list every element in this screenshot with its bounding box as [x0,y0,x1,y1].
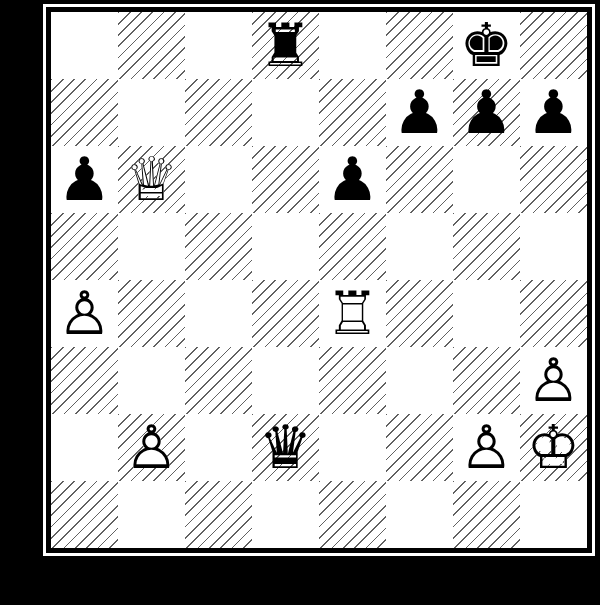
square-d3[interactable] [252,347,319,414]
square-f2[interactable] [386,414,453,481]
piece-white-pawn-a4[interactable]: ♟♙ [51,280,118,347]
black-queen-icon: ♛ [252,414,319,481]
square-b8[interactable] [118,12,185,79]
square-f1[interactable] [386,481,453,548]
white-pawn-icon: ♙ [51,280,118,347]
square-a6[interactable]: ♟ [51,146,118,213]
square-f7[interactable]: ♟ [386,79,453,146]
square-c7[interactable] [185,79,252,146]
square-f4[interactable] [386,280,453,347]
square-e2[interactable] [319,414,386,481]
square-d1[interactable] [252,481,319,548]
piece-white-pawn-b2[interactable]: ♟♙ [118,414,185,481]
square-d4[interactable] [252,280,319,347]
diagram-canvas: ♜♚♟♟♟♟♛♕♟♟♙♜♖♟♙♟♙♛♟♙♚♔ [0,0,600,605]
square-c5[interactable] [185,213,252,280]
black-pawn-icon: ♟ [386,79,453,146]
square-e7[interactable] [319,79,386,146]
square-f5[interactable] [386,213,453,280]
square-b1[interactable] [118,481,185,548]
white-king-icon: ♔ [520,414,587,481]
square-c3[interactable] [185,347,252,414]
square-b7[interactable] [118,79,185,146]
square-h2[interactable]: ♚♔ [520,414,587,481]
square-c8[interactable] [185,12,252,79]
square-e5[interactable] [319,213,386,280]
square-h5[interactable] [520,213,587,280]
square-h7[interactable]: ♟ [520,79,587,146]
square-a8[interactable] [51,12,118,79]
black-rook-icon: ♜ [252,12,319,79]
white-pawn-icon: ♙ [520,347,587,414]
black-pawn-icon: ♟ [319,146,386,213]
piece-black-queen-d2[interactable]: ♛ [252,414,319,481]
piece-white-queen-b6[interactable]: ♛♕ [118,146,185,213]
white-pawn-icon: ♙ [453,414,520,481]
square-d8[interactable]: ♜ [252,12,319,79]
square-e6[interactable]: ♟ [319,146,386,213]
square-g2[interactable]: ♟♙ [453,414,520,481]
piece-black-pawn-a6[interactable]: ♟ [51,146,118,213]
square-g6[interactable] [453,146,520,213]
square-b2[interactable]: ♟♙ [118,414,185,481]
square-c2[interactable] [185,414,252,481]
square-d2[interactable]: ♛ [252,414,319,481]
square-h3[interactable]: ♟♙ [520,347,587,414]
square-h6[interactable] [520,146,587,213]
white-pawn-icon: ♙ [118,414,185,481]
square-g5[interactable] [453,213,520,280]
square-e3[interactable] [319,347,386,414]
square-a5[interactable] [51,213,118,280]
square-g4[interactable] [453,280,520,347]
square-h4[interactable] [520,280,587,347]
square-f6[interactable] [386,146,453,213]
square-c6[interactable] [185,146,252,213]
square-e4[interactable]: ♜♖ [319,280,386,347]
black-pawn-icon: ♟ [453,79,520,146]
square-a1[interactable] [51,481,118,548]
square-a7[interactable] [51,79,118,146]
square-d6[interactable] [252,146,319,213]
square-c1[interactable] [185,481,252,548]
square-g7[interactable]: ♟ [453,79,520,146]
piece-black-pawn-f7[interactable]: ♟ [386,79,453,146]
black-pawn-icon: ♟ [520,79,587,146]
square-b6[interactable]: ♛♕ [118,146,185,213]
black-king-icon: ♚ [453,12,520,79]
piece-black-king-g8[interactable]: ♚ [453,12,520,79]
square-f3[interactable] [386,347,453,414]
square-b4[interactable] [118,280,185,347]
chessboard: ♜♚♟♟♟♟♛♕♟♟♙♜♖♟♙♟♙♛♟♙♚♔ [46,7,592,553]
piece-white-king-h2[interactable]: ♚♔ [520,414,587,481]
piece-white-rook-e4[interactable]: ♜♖ [319,280,386,347]
square-d5[interactable] [252,213,319,280]
square-a2[interactable] [51,414,118,481]
white-queen-icon: ♕ [118,146,185,213]
white-rook-icon: ♖ [319,280,386,347]
square-e8[interactable] [319,12,386,79]
piece-black-pawn-h7[interactable]: ♟ [520,79,587,146]
square-b5[interactable] [118,213,185,280]
square-g1[interactable] [453,481,520,548]
square-a4[interactable]: ♟♙ [51,280,118,347]
black-pawn-icon: ♟ [51,146,118,213]
board-frame: ♜♚♟♟♟♟♛♕♟♟♙♜♖♟♙♟♙♛♟♙♚♔ [43,4,595,556]
square-c4[interactable] [185,280,252,347]
square-f8[interactable] [386,12,453,79]
square-d7[interactable] [252,79,319,146]
square-g3[interactable] [453,347,520,414]
piece-black-pawn-e6[interactable]: ♟ [319,146,386,213]
square-e1[interactable] [319,481,386,548]
piece-black-rook-d8[interactable]: ♜ [252,12,319,79]
piece-white-pawn-h3[interactable]: ♟♙ [520,347,587,414]
square-b3[interactable] [118,347,185,414]
square-h8[interactable] [520,12,587,79]
square-h1[interactable] [520,481,587,548]
piece-white-pawn-g2[interactable]: ♟♙ [453,414,520,481]
piece-black-pawn-g7[interactable]: ♟ [453,79,520,146]
square-a3[interactable] [51,347,118,414]
square-g8[interactable]: ♚ [453,12,520,79]
